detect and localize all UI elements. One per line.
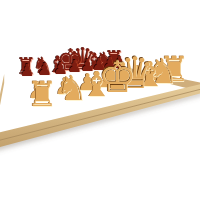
chess-set-photo: 1122334455667788hgfedcba ♜♞♟♝♟♛♟♚♟♝♟♞♟♜♟… [0,0,200,200]
piece-light-rook-h8[interactable]: ♜ [27,77,58,112]
piece-light-knight-g8[interactable]: ♞ [57,72,88,107]
